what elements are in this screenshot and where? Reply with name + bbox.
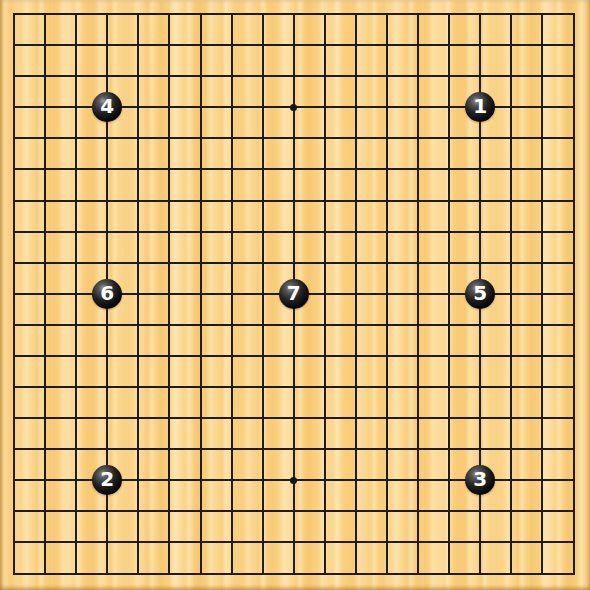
stone-move-number: 7 <box>287 283 301 303</box>
stone-move-number: 3 <box>473 469 487 489</box>
stone-black-D16: 4 <box>92 92 122 122</box>
star-point <box>290 477 297 484</box>
grid-line-vertical <box>386 13 388 575</box>
stone-move-number: 1 <box>473 96 487 116</box>
grid-line-horizontal <box>13 355 575 357</box>
grid-line-horizontal <box>13 573 575 575</box>
grid-line-vertical <box>417 13 419 575</box>
star-point <box>290 104 297 111</box>
stone-black-D10: 6 <box>92 279 122 309</box>
stone-black-Q16: 1 <box>465 92 495 122</box>
grid-line-vertical <box>448 13 450 575</box>
stone-move-number: 5 <box>473 283 487 303</box>
stone-move-number: 4 <box>100 96 114 116</box>
grid-line-vertical <box>355 13 357 575</box>
grid-line-horizontal <box>13 324 575 326</box>
grid-line-vertical <box>541 13 543 575</box>
grid-line-horizontal <box>13 386 575 388</box>
stone-move-number: 6 <box>100 283 114 303</box>
grid-line-horizontal <box>13 417 575 419</box>
stone-black-Q10: 5 <box>465 279 495 309</box>
grid-line-vertical <box>573 13 575 575</box>
grid-line-horizontal <box>13 510 575 512</box>
grid-line-horizontal <box>13 541 575 543</box>
stone-black-Q4: 3 <box>465 465 495 495</box>
stone-move-number: 2 <box>100 469 114 489</box>
grid-line-vertical <box>324 13 326 575</box>
go-board[interactable]: 1234567 <box>0 0 590 590</box>
grid-line-vertical <box>510 13 512 575</box>
stone-black-K10: 7 <box>279 279 309 309</box>
stone-black-D4: 2 <box>92 465 122 495</box>
grid-line-horizontal <box>13 448 575 450</box>
